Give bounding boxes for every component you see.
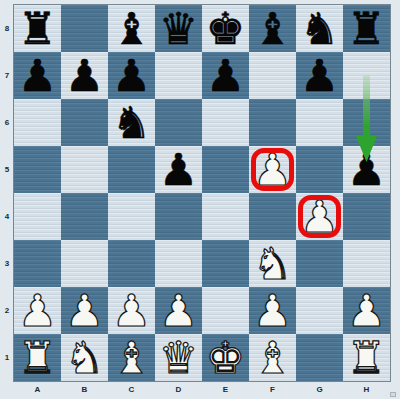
square-h7[interactable]	[343, 52, 390, 99]
square-a5[interactable]	[14, 146, 61, 193]
piece-black-pawn[interactable]: ♟	[206, 52, 245, 99]
square-c5[interactable]	[108, 146, 155, 193]
chess-board[interactable]: ♜♝♛♚♝♞♜♟♟♟♟♟♞♟♟♟♟♞♟♟♟♟♟♟♜♞♝♛♚♝♜	[14, 5, 390, 381]
square-c2[interactable]: ♟	[108, 287, 155, 334]
square-h2[interactable]: ♟	[343, 287, 390, 334]
square-e8[interactable]: ♚	[202, 5, 249, 52]
square-e7[interactable]: ♟	[202, 52, 249, 99]
piece-white-pawn[interactable]: ♟	[347, 287, 386, 334]
piece-white-pawn[interactable]: ♟	[65, 287, 104, 334]
square-a7[interactable]: ♟	[14, 52, 61, 99]
square-d5[interactable]: ♟	[155, 146, 202, 193]
square-c4[interactable]	[108, 193, 155, 240]
piece-black-pawn[interactable]: ♟	[18, 52, 57, 99]
square-b6[interactable]	[61, 99, 108, 146]
rank-label-5: 5	[0, 146, 14, 193]
file-label-c: C	[108, 384, 155, 396]
piece-black-pawn[interactable]: ♟	[112, 52, 151, 99]
resize-handle-dot	[390, 392, 396, 397]
square-c6[interactable]: ♞	[108, 99, 155, 146]
piece-black-pawn[interactable]: ♟	[300, 52, 339, 99]
square-f5[interactable]: ♟	[249, 146, 296, 193]
square-h6[interactable]	[343, 99, 390, 146]
square-g4[interactable]: ♟	[296, 193, 343, 240]
rank-label-6: 6	[0, 99, 14, 146]
piece-white-pawn[interactable]: ♟	[300, 193, 339, 240]
rank-label-2: 2	[0, 287, 14, 334]
square-h4[interactable]	[343, 193, 390, 240]
square-b2[interactable]: ♟	[61, 287, 108, 334]
square-g7[interactable]: ♟	[296, 52, 343, 99]
square-c7[interactable]: ♟	[108, 52, 155, 99]
piece-black-bishop[interactable]: ♝	[112, 5, 151, 52]
piece-black-rook[interactable]: ♜	[347, 5, 386, 52]
square-f2[interactable]: ♟	[249, 287, 296, 334]
square-a2[interactable]: ♟	[14, 287, 61, 334]
square-d4[interactable]	[155, 193, 202, 240]
square-e3[interactable]	[202, 240, 249, 287]
piece-white-pawn[interactable]: ♟	[18, 287, 57, 334]
square-b1[interactable]: ♞	[61, 334, 108, 381]
square-g5[interactable]	[296, 146, 343, 193]
square-g3[interactable]	[296, 240, 343, 287]
piece-black-pawn[interactable]: ♟	[159, 146, 198, 193]
square-e5[interactable]	[202, 146, 249, 193]
file-label-h: H	[343, 384, 390, 396]
file-label-f: F	[249, 384, 296, 396]
piece-black-bishop[interactable]: ♝	[253, 5, 292, 52]
piece-white-queen[interactable]: ♛	[159, 334, 198, 381]
square-d3[interactable]	[155, 240, 202, 287]
square-a6[interactable]	[14, 99, 61, 146]
square-b3[interactable]	[61, 240, 108, 287]
square-f6[interactable]	[249, 99, 296, 146]
square-b5[interactable]	[61, 146, 108, 193]
chess-app-window: ♜♝♛♚♝♞♜♟♟♟♟♟♞♟♟♟♟♞♟♟♟♟♟♟♜♞♝♛♚♝♜ 87654321…	[0, 0, 400, 399]
piece-black-queen[interactable]: ♛	[159, 5, 198, 52]
piece-white-pawn[interactable]: ♟	[159, 287, 198, 334]
piece-white-knight[interactable]: ♞	[253, 240, 292, 287]
piece-white-rook[interactable]: ♜	[18, 334, 57, 381]
square-d6[interactable]	[155, 99, 202, 146]
square-e6[interactable]	[202, 99, 249, 146]
file-label-e: E	[202, 384, 249, 396]
square-h5[interactable]: ♟	[343, 146, 390, 193]
square-a4[interactable]	[14, 193, 61, 240]
square-f8[interactable]: ♝	[249, 5, 296, 52]
rank-label-4: 4	[0, 193, 14, 240]
square-a1[interactable]: ♜	[14, 334, 61, 381]
rank-label-1: 1	[0, 334, 14, 381]
piece-white-knight[interactable]: ♞	[65, 334, 104, 381]
piece-white-pawn[interactable]: ♟	[112, 287, 151, 334]
file-label-a: A	[14, 384, 61, 396]
square-a8[interactable]: ♜	[14, 5, 61, 52]
square-d7[interactable]	[155, 52, 202, 99]
square-c8[interactable]: ♝	[108, 5, 155, 52]
rank-label-3: 3	[0, 240, 14, 287]
piece-black-rook[interactable]: ♜	[18, 5, 57, 52]
piece-black-knight[interactable]: ♞	[300, 5, 339, 52]
square-f1[interactable]: ♝	[249, 334, 296, 381]
square-b7[interactable]: ♟	[61, 52, 108, 99]
square-b4[interactable]	[61, 193, 108, 240]
square-f4[interactable]	[249, 193, 296, 240]
square-e4[interactable]	[202, 193, 249, 240]
square-c1[interactable]: ♝	[108, 334, 155, 381]
file-label-b: B	[61, 384, 108, 396]
square-b8[interactable]	[61, 5, 108, 52]
square-h8[interactable]: ♜	[343, 5, 390, 52]
piece-white-king[interactable]: ♚	[206, 334, 245, 381]
piece-black-pawn[interactable]: ♟	[347, 146, 386, 193]
square-g6[interactable]	[296, 99, 343, 146]
square-g2[interactable]	[296, 287, 343, 334]
square-e2[interactable]	[202, 287, 249, 334]
piece-white-pawn[interactable]: ♟	[253, 287, 292, 334]
piece-white-bishop[interactable]: ♝	[112, 334, 151, 381]
piece-white-pawn[interactable]: ♟	[253, 146, 292, 193]
piece-white-bishop[interactable]: ♝	[253, 334, 292, 381]
square-e1[interactable]: ♚	[202, 334, 249, 381]
square-d8[interactable]: ♛	[155, 5, 202, 52]
square-h3[interactable]	[343, 240, 390, 287]
square-g8[interactable]: ♞	[296, 5, 343, 52]
square-f7[interactable]	[249, 52, 296, 99]
piece-black-knight[interactable]: ♞	[112, 99, 151, 146]
square-g1[interactable]	[296, 334, 343, 381]
piece-black-king[interactable]: ♚	[206, 5, 245, 52]
file-label-d: D	[155, 384, 202, 396]
square-h1[interactable]: ♜	[343, 334, 390, 381]
rank-label-8: 8	[0, 5, 14, 52]
rank-label-7: 7	[0, 52, 14, 99]
file-label-g: G	[296, 384, 343, 396]
piece-black-pawn[interactable]: ♟	[65, 52, 104, 99]
piece-white-rook[interactable]: ♜	[347, 334, 386, 381]
square-a3[interactable]	[14, 240, 61, 287]
square-f3[interactable]: ♞	[249, 240, 296, 287]
square-c3[interactable]	[108, 240, 155, 287]
square-d2[interactable]: ♟	[155, 287, 202, 334]
square-d1[interactable]: ♛	[155, 334, 202, 381]
